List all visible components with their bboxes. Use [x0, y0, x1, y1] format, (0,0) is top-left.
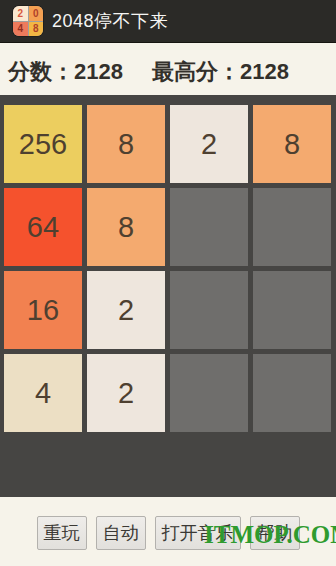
empty-cell-r3c4 [253, 271, 331, 349]
replay-button[interactable]: 重玩 [37, 516, 87, 550]
title-bar: 2 0 4 8 2048停不下来 [0, 0, 336, 43]
button-row: 重玩 自动 打开音乐 帮助 [0, 516, 336, 550]
empty-cell-r3c3 [170, 271, 248, 349]
empty-cell-r4c4 [253, 354, 331, 432]
tile-64-r2c1: 64 [4, 188, 82, 266]
score-label: 分数： [8, 59, 74, 84]
tile-4-r4c1: 4 [4, 354, 82, 432]
app-title: 2048停不下来 [52, 0, 168, 43]
tile-2-r1c3: 2 [170, 105, 248, 183]
best-score: 最高分：2128 [152, 57, 289, 87]
score-bar: 分数：2128 最高分：2128 [0, 44, 336, 95]
empty-cell-r4c3 [170, 354, 248, 432]
tile-16-r3c1: 16 [4, 271, 82, 349]
best-score-value: 2128 [240, 59, 289, 84]
board-grid: 25682864816242 [4, 105, 331, 432]
score-value: 2128 [74, 59, 123, 84]
tile-8-r1c2: 8 [87, 105, 165, 183]
help-button[interactable]: 帮助 [250, 516, 300, 550]
app-icon-quadrant-2: 2 [13, 6, 28, 21]
empty-cell-r2c4 [253, 188, 331, 266]
app-icon-quadrant-8: 8 [29, 22, 44, 37]
app-icon-quadrant-4: 4 [13, 22, 28, 37]
app-icon: 2 0 4 8 [13, 6, 43, 36]
tile-256-r1c1: 256 [4, 105, 82, 183]
tile-2-r4c2: 2 [87, 354, 165, 432]
tile-8-r2c2: 8 [87, 188, 165, 266]
best-score-label: 最高分： [152, 59, 240, 84]
toggle-music-button[interactable]: 打开音乐 [155, 516, 241, 550]
app-icon-quadrant-0: 0 [29, 6, 44, 21]
empty-cell-r2c3 [170, 188, 248, 266]
bottom-bar: 重玩 自动 打开音乐 帮助 [0, 497, 336, 566]
current-score: 分数：2128 [8, 57, 123, 87]
tile-2-r3c2: 2 [87, 271, 165, 349]
tile-8-r1c4: 8 [253, 105, 331, 183]
auto-play-button[interactable]: 自动 [96, 516, 146, 550]
game-board[interactable]: 25682864816242 [0, 95, 336, 497]
